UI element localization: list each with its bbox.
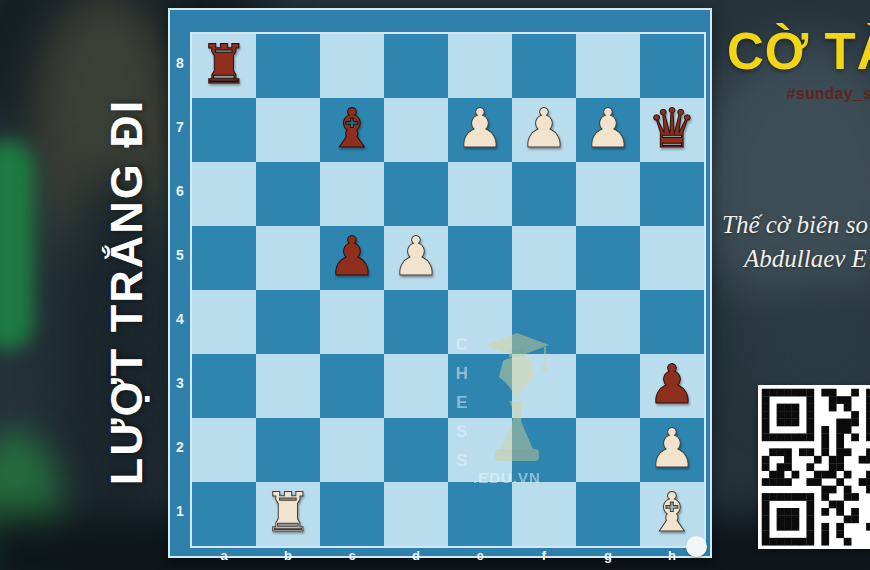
square-e8 xyxy=(448,34,512,98)
file-label-e: e xyxy=(448,548,512,563)
board-squares-grid xyxy=(190,32,706,548)
watermark-letter: S xyxy=(453,422,471,442)
credit-line-2: Abdullaev E xyxy=(722,242,870,276)
square-b8 xyxy=(256,34,320,98)
square-f7 xyxy=(512,98,576,162)
file-label-g: g xyxy=(576,548,640,563)
square-c1 xyxy=(320,482,384,546)
rank-label-1: 1 xyxy=(170,503,190,519)
square-c6 xyxy=(320,162,384,226)
composer-credit: Thế cờ biên so Abdullaev E xyxy=(722,208,870,276)
square-g3 xyxy=(576,354,640,418)
square-c3 xyxy=(320,354,384,418)
square-d6 xyxy=(384,162,448,226)
watermark-suffix: .EDU.VN xyxy=(473,469,541,486)
square-c5 xyxy=(320,226,384,290)
square-g6 xyxy=(576,162,640,226)
square-d8 xyxy=(384,34,448,98)
square-e7 xyxy=(448,98,512,162)
square-c7 xyxy=(320,98,384,162)
square-h4 xyxy=(640,290,704,354)
white-to-move-indicator xyxy=(686,536,707,557)
square-g7 xyxy=(576,98,640,162)
square-a2 xyxy=(192,418,256,482)
square-d7 xyxy=(384,98,448,162)
square-f8 xyxy=(512,34,576,98)
watermark-letter: S xyxy=(453,451,471,471)
square-h8 xyxy=(640,34,704,98)
square-b4 xyxy=(256,290,320,354)
watermark-letter: E xyxy=(453,393,471,413)
square-g1 xyxy=(576,482,640,546)
file-label-f: f xyxy=(512,548,576,563)
square-a1 xyxy=(192,482,256,546)
square-f6 xyxy=(512,162,576,226)
rank-label-3: 3 xyxy=(170,375,190,391)
square-d1 xyxy=(384,482,448,546)
square-b2 xyxy=(256,418,320,482)
credit-line-1: Thế cờ biên so xyxy=(722,208,870,242)
square-g4 xyxy=(576,290,640,354)
square-h6 xyxy=(640,162,704,226)
square-a3 xyxy=(192,354,256,418)
square-d4 xyxy=(384,290,448,354)
square-h5 xyxy=(640,226,704,290)
chess-edu-vn-watermark: CHESS .EDU.VN xyxy=(453,335,583,495)
rank-label-7: 7 xyxy=(170,119,190,135)
poster-canvas: LƯỢT TRẮNG ĐI 87654321abcdefgh ♜♝♟♟♟♛♟♟♟… xyxy=(0,0,870,570)
file-label-c: c xyxy=(320,548,384,563)
square-b5 xyxy=(256,226,320,290)
square-e5 xyxy=(448,226,512,290)
square-b3 xyxy=(256,354,320,418)
rank-label-2: 2 xyxy=(170,439,190,455)
square-a5 xyxy=(192,226,256,290)
rank-label-8: 8 xyxy=(170,55,190,71)
watermark-letter: H xyxy=(453,364,471,384)
file-label-a: a xyxy=(192,548,256,563)
square-g8 xyxy=(576,34,640,98)
square-f5 xyxy=(512,226,576,290)
square-d3 xyxy=(384,354,448,418)
background-blur-shape xyxy=(690,40,870,320)
square-c2 xyxy=(320,418,384,482)
hashtag-text: #sunday_st xyxy=(786,86,870,104)
square-a7 xyxy=(192,98,256,162)
background-green-piece-blur xyxy=(0,140,34,350)
square-h3 xyxy=(640,354,704,418)
square-h2 xyxy=(640,418,704,482)
file-label-d: d xyxy=(384,548,448,563)
square-c4 xyxy=(320,290,384,354)
file-label-b: b xyxy=(256,548,320,563)
square-b7 xyxy=(256,98,320,162)
rank-label-6: 6 xyxy=(170,183,190,199)
poster-title: CỜ TÀ xyxy=(727,22,870,81)
square-h7 xyxy=(640,98,704,162)
square-g5 xyxy=(576,226,640,290)
square-a8 xyxy=(192,34,256,98)
square-d2 xyxy=(384,418,448,482)
square-b1 xyxy=(256,482,320,546)
rank-label-5: 5 xyxy=(170,247,190,263)
watermark-letter: C xyxy=(453,335,471,355)
chess-board: 87654321abcdefgh ♜♝♟♟♟♛♟♟♟♟♜♝ CHESS .EDU… xyxy=(168,8,712,558)
square-g2 xyxy=(576,418,640,482)
square-b6 xyxy=(256,162,320,226)
square-a4 xyxy=(192,290,256,354)
graduate-pawn-watermark-icon xyxy=(479,331,555,471)
square-d5 xyxy=(384,226,448,290)
qr-code xyxy=(758,385,870,549)
rank-label-4: 4 xyxy=(170,311,190,327)
square-a6 xyxy=(192,162,256,226)
square-c8 xyxy=(320,34,384,98)
white-to-move-banner: LƯỢT TRẮNG ĐI xyxy=(101,82,161,502)
square-e6 xyxy=(448,162,512,226)
